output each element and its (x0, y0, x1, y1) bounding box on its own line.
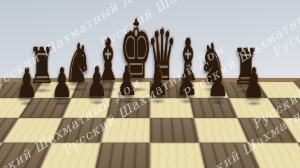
pawn-glyph: ♟ (243, 63, 264, 104)
pawn-glyph: ♟ (16, 63, 37, 104)
pawn-glyph: ♟ (207, 62, 228, 103)
pawn-glyph: ♟ (116, 61, 137, 102)
chess-set-product-photo: ♜♞♝♚♛♝♞♜♟♟♟♟♟♟♟♟ Русский Шахматный ДомРу… (0, 0, 300, 168)
pawn-glyph: ♟ (176, 61, 197, 102)
pawn-glyph: ♟ (51, 63, 72, 104)
pawn-glyph: ♟ (86, 62, 107, 103)
pawn-glyph: ♟ (147, 61, 168, 102)
pieces-layer: ♜♞♝♚♛♝♞♜♟♟♟♟♟♟♟♟ (0, 0, 300, 168)
